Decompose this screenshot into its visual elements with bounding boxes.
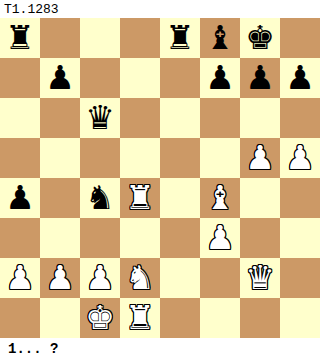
square-f5[interactable] <box>200 138 240 178</box>
piece-white-king[interactable]: ♚ <box>85 298 115 338</box>
square-d6[interactable] <box>120 98 160 138</box>
piece-black-rook[interactable]: ♜ <box>5 18 35 58</box>
piece-black-king[interactable]: ♚ <box>245 18 275 58</box>
piece-white-pawn[interactable]: ♟ <box>245 138 275 178</box>
square-c2[interactable]: ♟ <box>80 258 120 298</box>
square-c5[interactable] <box>80 138 120 178</box>
square-c1[interactable]: ♚ <box>80 298 120 338</box>
square-g4[interactable] <box>240 178 280 218</box>
square-c8[interactable] <box>80 18 120 58</box>
square-e2[interactable] <box>160 258 200 298</box>
square-f3[interactable]: ♟ <box>200 218 240 258</box>
square-a8[interactable]: ♜ <box>0 18 40 58</box>
square-e6[interactable] <box>160 98 200 138</box>
square-a4[interactable]: ♟ <box>0 178 40 218</box>
square-f1[interactable] <box>200 298 240 338</box>
square-e4[interactable] <box>160 178 200 218</box>
square-b6[interactable] <box>40 98 80 138</box>
square-b1[interactable] <box>40 298 80 338</box>
square-a3[interactable] <box>0 218 40 258</box>
square-f2[interactable] <box>200 258 240 298</box>
square-b4[interactable] <box>40 178 80 218</box>
square-h5[interactable]: ♟ <box>280 138 320 178</box>
piece-black-rook[interactable]: ♜ <box>165 18 195 58</box>
move-prompt: 1... ? <box>0 338 320 360</box>
square-c6[interactable]: ♛ <box>80 98 120 138</box>
square-f6[interactable] <box>200 98 240 138</box>
square-e5[interactable] <box>160 138 200 178</box>
piece-white-pawn[interactable]: ♟ <box>45 258 75 298</box>
square-e3[interactable] <box>160 218 200 258</box>
square-h1[interactable] <box>280 298 320 338</box>
piece-white-pawn[interactable]: ♟ <box>285 138 315 178</box>
square-a6[interactable] <box>0 98 40 138</box>
square-e8[interactable]: ♜ <box>160 18 200 58</box>
square-h4[interactable] <box>280 178 320 218</box>
square-d2[interactable]: ♞ <box>120 258 160 298</box>
piece-black-pawn[interactable]: ♟ <box>205 58 235 98</box>
square-a7[interactable] <box>0 58 40 98</box>
piece-black-pawn[interactable]: ♟ <box>5 178 35 218</box>
square-h3[interactable] <box>280 218 320 258</box>
square-g8[interactable]: ♚ <box>240 18 280 58</box>
square-g5[interactable]: ♟ <box>240 138 280 178</box>
square-d5[interactable] <box>120 138 160 178</box>
square-a2[interactable]: ♟ <box>0 258 40 298</box>
piece-black-queen[interactable]: ♛ <box>85 98 115 138</box>
square-b7[interactable]: ♟ <box>40 58 80 98</box>
square-h2[interactable] <box>280 258 320 298</box>
square-g3[interactable] <box>240 218 280 258</box>
piece-white-rook[interactable]: ♜ <box>125 298 155 338</box>
square-c4[interactable]: ♞ <box>80 178 120 218</box>
square-f7[interactable]: ♟ <box>200 58 240 98</box>
square-h8[interactable] <box>280 18 320 58</box>
piece-black-bishop[interactable]: ♝ <box>205 18 235 58</box>
piece-black-pawn[interactable]: ♟ <box>45 58 75 98</box>
piece-white-pawn[interactable]: ♟ <box>5 258 35 298</box>
square-b3[interactable] <box>40 218 80 258</box>
square-d8[interactable] <box>120 18 160 58</box>
square-d3[interactable] <box>120 218 160 258</box>
square-g6[interactable] <box>240 98 280 138</box>
piece-black-knight[interactable]: ♞ <box>85 178 115 218</box>
square-g7[interactable]: ♟ <box>240 58 280 98</box>
square-a1[interactable] <box>0 298 40 338</box>
piece-white-bishop[interactable]: ♝ <box>205 178 235 218</box>
piece-white-pawn[interactable]: ♟ <box>85 258 115 298</box>
square-h7[interactable]: ♟ <box>280 58 320 98</box>
square-e1[interactable] <box>160 298 200 338</box>
puzzle-title: T1.1283 <box>0 0 320 18</box>
piece-white-pawn[interactable]: ♟ <box>205 218 235 258</box>
piece-black-pawn[interactable]: ♟ <box>245 58 275 98</box>
square-g1[interactable] <box>240 298 280 338</box>
square-b2[interactable]: ♟ <box>40 258 80 298</box>
piece-black-pawn[interactable]: ♟ <box>285 58 315 98</box>
square-d4[interactable]: ♜ <box>120 178 160 218</box>
piece-white-knight[interactable]: ♞ <box>125 258 155 298</box>
piece-white-queen[interactable]: ♛ <box>245 258 275 298</box>
square-e7[interactable] <box>160 58 200 98</box>
square-h6[interactable] <box>280 98 320 138</box>
square-b5[interactable] <box>40 138 80 178</box>
piece-white-rook[interactable]: ♜ <box>125 178 155 218</box>
square-d7[interactable] <box>120 58 160 98</box>
square-f4[interactable]: ♝ <box>200 178 240 218</box>
chess-board: ♜♜♝♚♟♟♟♟♛♟♟♟♞♜♝♟♟♟♟♞♛♚♜ <box>0 18 320 338</box>
square-b8[interactable] <box>40 18 80 58</box>
square-d1[interactable]: ♜ <box>120 298 160 338</box>
square-c3[interactable] <box>80 218 120 258</box>
square-g2[interactable]: ♛ <box>240 258 280 298</box>
square-a5[interactable] <box>0 138 40 178</box>
square-f8[interactable]: ♝ <box>200 18 240 58</box>
square-c7[interactable] <box>80 58 120 98</box>
